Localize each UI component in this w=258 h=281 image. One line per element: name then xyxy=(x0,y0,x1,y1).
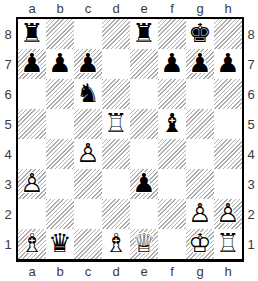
file-label-e: e xyxy=(130,261,158,281)
piece-fill-layer: ♛ xyxy=(48,230,71,256)
file-labels-top: abcdefgh xyxy=(18,0,242,17)
square-a4[interactable] xyxy=(18,139,46,169)
file-label-g: g xyxy=(186,0,214,17)
square-g2[interactable]: ♟♙ xyxy=(186,199,214,229)
square-b1[interactable]: ♛ xyxy=(46,229,74,259)
square-g7[interactable]: ♟ xyxy=(186,49,214,79)
piece-outline-layer: ♗ xyxy=(20,230,43,256)
piece-fill-layer: ♟ xyxy=(48,50,71,76)
square-d8[interactable] xyxy=(102,19,130,49)
piece-outline-layer: ♔ xyxy=(188,230,211,256)
rank-label-3: 3 xyxy=(0,169,16,199)
square-d1[interactable]: ♝♗ xyxy=(102,229,130,259)
square-d4[interactable] xyxy=(102,139,130,169)
square-a6[interactable] xyxy=(18,79,46,109)
rank-labels-right: 87654321 xyxy=(244,19,258,259)
square-b5[interactable] xyxy=(46,109,74,139)
black-rook-icon: ♜ xyxy=(18,19,46,49)
square-g6[interactable] xyxy=(186,79,214,109)
piece-outline-layer: ♙ xyxy=(20,170,43,196)
square-g5[interactable] xyxy=(186,109,214,139)
black-king-icon: ♚ xyxy=(186,19,214,49)
piece-fill-layer: ♟ xyxy=(132,170,155,196)
square-g4[interactable] xyxy=(186,139,214,169)
rank-label-7: 7 xyxy=(244,49,258,79)
file-label-f: f xyxy=(158,0,186,17)
square-e2[interactable] xyxy=(130,199,158,229)
square-e7[interactable] xyxy=(130,49,158,79)
file-label-f: f xyxy=(158,261,186,281)
chess-board: ♜♜♚♟♟♟♟♟♟♞♜♖♝♟♙♟♙♟♟♙♟♙♝♗♛♝♗♛♕♚♔♜♖ xyxy=(16,17,244,262)
square-f3[interactable] xyxy=(158,169,186,199)
file-label-g: g xyxy=(186,261,214,281)
rank-label-1: 1 xyxy=(0,229,16,259)
square-d2[interactable] xyxy=(102,199,130,229)
square-f2[interactable] xyxy=(158,199,186,229)
square-b2[interactable] xyxy=(46,199,74,229)
square-h3[interactable] xyxy=(214,169,242,199)
square-c1[interactable] xyxy=(74,229,102,259)
white-pawn-icon: ♟♙ xyxy=(214,199,242,229)
black-rook-icon: ♜ xyxy=(130,19,158,49)
rank-label-6: 6 xyxy=(0,79,16,109)
square-f7[interactable]: ♟ xyxy=(158,49,186,79)
black-pawn-icon: ♟ xyxy=(214,49,242,79)
rank-label-8: 8 xyxy=(244,19,258,49)
square-b3[interactable] xyxy=(46,169,74,199)
rank-label-7: 7 xyxy=(0,49,16,79)
black-bishop-icon: ♝ xyxy=(158,109,186,139)
square-a2[interactable] xyxy=(18,199,46,229)
square-h7[interactable]: ♟ xyxy=(214,49,242,79)
piece-fill-layer: ♟ xyxy=(20,50,43,76)
white-king-icon: ♚♔ xyxy=(186,229,214,259)
square-h4[interactable] xyxy=(214,139,242,169)
rank-label-2: 2 xyxy=(244,199,258,229)
square-c8[interactable] xyxy=(74,19,102,49)
square-h2[interactable]: ♟♙ xyxy=(214,199,242,229)
chess-diagram: abcdefgh 87654321 ♜♜♚♟♟♟♟♟♟♞♜♖♝♟♙♟♙♟♟♙♟♙… xyxy=(0,0,258,281)
square-a7[interactable]: ♟ xyxy=(18,49,46,79)
piece-fill-layer: ♟ xyxy=(216,50,239,76)
file-labels-bottom: abcdefgh xyxy=(18,261,242,281)
square-e4[interactable] xyxy=(130,139,158,169)
square-b7[interactable]: ♟ xyxy=(46,49,74,79)
square-b6[interactable] xyxy=(46,79,74,109)
square-b4[interactable] xyxy=(46,139,74,169)
black-queen-icon: ♛ xyxy=(46,229,74,259)
white-rook-icon: ♜♖ xyxy=(102,109,130,139)
square-f1[interactable] xyxy=(158,229,186,259)
file-label-b: b xyxy=(46,0,74,17)
file-label-a: a xyxy=(18,261,46,281)
piece-outline-layer: ♙ xyxy=(188,200,211,226)
file-label-c: c xyxy=(74,0,102,17)
file-label-d: d xyxy=(102,0,130,17)
rank-label-8: 8 xyxy=(0,19,16,49)
piece-fill-layer: ♟ xyxy=(76,50,99,76)
black-pawn-icon: ♟ xyxy=(130,169,158,199)
square-g8[interactable]: ♚ xyxy=(186,19,214,49)
piece-outline-layer: ♗ xyxy=(104,230,127,256)
piece-fill-layer: ♚ xyxy=(188,20,211,46)
piece-outline-layer: ♙ xyxy=(76,140,99,166)
rank-label-6: 6 xyxy=(244,79,258,109)
file-label-b: b xyxy=(46,261,74,281)
rank-label-2: 2 xyxy=(0,199,16,229)
square-c5[interactable] xyxy=(74,109,102,139)
piece-fill-layer: ♝ xyxy=(160,110,183,136)
piece-fill-layer: ♜ xyxy=(20,20,43,46)
piece-fill-layer: ♜ xyxy=(132,20,155,46)
file-label-h: h xyxy=(214,261,242,281)
piece-fill-layer: ♟ xyxy=(188,50,211,76)
file-label-c: c xyxy=(74,261,102,281)
square-e1[interactable]: ♛♕ xyxy=(130,229,158,259)
rank-label-4: 4 xyxy=(244,139,258,169)
file-label-h: h xyxy=(214,0,242,17)
square-d7[interactable] xyxy=(102,49,130,79)
file-label-e: e xyxy=(130,0,158,17)
square-f4[interactable] xyxy=(158,139,186,169)
square-a1[interactable]: ♝♗ xyxy=(18,229,46,259)
black-pawn-icon: ♟ xyxy=(186,49,214,79)
piece-fill-layer: ♞ xyxy=(76,80,99,106)
square-c4[interactable]: ♟♙ xyxy=(74,139,102,169)
square-a8[interactable]: ♜ xyxy=(18,19,46,49)
piece-outline-layer: ♖ xyxy=(216,230,239,256)
square-f6[interactable] xyxy=(158,79,186,109)
rank-label-3: 3 xyxy=(244,169,258,199)
square-h5[interactable] xyxy=(214,109,242,139)
rank-label-5: 5 xyxy=(0,109,16,139)
square-d3[interactable] xyxy=(102,169,130,199)
square-d6[interactable] xyxy=(102,79,130,109)
square-e6[interactable] xyxy=(130,79,158,109)
square-c2[interactable] xyxy=(74,199,102,229)
black-knight-icon: ♞ xyxy=(74,79,102,109)
file-label-d: d xyxy=(102,261,130,281)
white-rook-icon: ♜♖ xyxy=(214,229,242,259)
square-c7[interactable]: ♟ xyxy=(74,49,102,79)
white-bishop-icon: ♝♗ xyxy=(102,229,130,259)
rank-label-5: 5 xyxy=(244,109,258,139)
square-a3[interactable]: ♟♙ xyxy=(18,169,46,199)
black-pawn-icon: ♟ xyxy=(18,49,46,79)
piece-fill-layer: ♟ xyxy=(160,50,183,76)
black-pawn-icon: ♟ xyxy=(158,49,186,79)
square-g3[interactable] xyxy=(186,169,214,199)
square-d5[interactable]: ♜♖ xyxy=(102,109,130,139)
square-a5[interactable] xyxy=(18,109,46,139)
square-h6[interactable] xyxy=(214,79,242,109)
black-pawn-icon: ♟ xyxy=(74,49,102,79)
rank-label-1: 1 xyxy=(244,229,258,259)
piece-outline-layer: ♙ xyxy=(216,200,239,226)
square-f8[interactable] xyxy=(158,19,186,49)
white-pawn-icon: ♟♙ xyxy=(74,139,102,169)
piece-outline-layer: ♕ xyxy=(132,230,155,256)
white-queen-icon: ♛♕ xyxy=(130,229,158,259)
square-b8[interactable] xyxy=(46,19,74,49)
white-bishop-icon: ♝♗ xyxy=(18,229,46,259)
square-h1[interactable]: ♜♖ xyxy=(214,229,242,259)
square-f5[interactable]: ♝ xyxy=(158,109,186,139)
square-c6[interactable]: ♞ xyxy=(74,79,102,109)
file-label-a: a xyxy=(18,0,46,17)
square-e5[interactable] xyxy=(130,109,158,139)
square-h8[interactable] xyxy=(214,19,242,49)
black-pawn-icon: ♟ xyxy=(46,49,74,79)
square-g1[interactable]: ♚♔ xyxy=(186,229,214,259)
square-e8[interactable]: ♜ xyxy=(130,19,158,49)
square-e3[interactable]: ♟ xyxy=(130,169,158,199)
rank-label-4: 4 xyxy=(0,139,16,169)
square-c3[interactable] xyxy=(74,169,102,199)
piece-outline-layer: ♖ xyxy=(104,110,127,136)
white-pawn-icon: ♟♙ xyxy=(18,169,46,199)
rank-labels-left: 87654321 xyxy=(0,19,16,259)
white-pawn-icon: ♟♙ xyxy=(186,199,214,229)
